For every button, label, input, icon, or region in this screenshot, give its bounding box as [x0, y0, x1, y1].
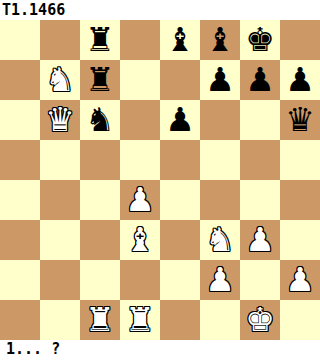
square-g7[interactable]: ♟: [240, 60, 280, 100]
square-h3[interactable]: [280, 220, 320, 260]
square-f5[interactable]: [200, 140, 240, 180]
square-h1[interactable]: [280, 300, 320, 340]
square-c1[interactable]: ♜: [80, 300, 120, 340]
chess-board: ♜♝♝♚♞♜♟♟♟♛♞♟♛♟♝♞♟♟♟♜♜♚: [0, 20, 320, 340]
black-pawn: ♟: [165, 100, 195, 140]
square-c5[interactable]: [80, 140, 120, 180]
square-d1[interactable]: ♜: [120, 300, 160, 340]
square-e4[interactable]: [160, 180, 200, 220]
white-king: ♚: [245, 300, 275, 340]
square-d4[interactable]: ♟: [120, 180, 160, 220]
square-h2[interactable]: ♟: [280, 260, 320, 300]
square-a4[interactable]: [0, 180, 40, 220]
square-e8[interactable]: ♝: [160, 20, 200, 60]
white-rook: ♜: [85, 300, 115, 340]
square-c4[interactable]: [80, 180, 120, 220]
square-h5[interactable]: [280, 140, 320, 180]
square-g2[interactable]: [240, 260, 280, 300]
square-d7[interactable]: [120, 60, 160, 100]
white-knight: ♞: [45, 60, 75, 100]
white-pawn: ♟: [125, 180, 155, 220]
square-b6[interactable]: ♛: [40, 100, 80, 140]
white-queen: ♛: [45, 100, 75, 140]
white-pawn: ♟: [205, 260, 235, 300]
black-rook: ♜: [85, 60, 115, 100]
square-f2[interactable]: ♟: [200, 260, 240, 300]
black-bishop: ♝: [165, 20, 195, 60]
square-h6[interactable]: ♛: [280, 100, 320, 140]
move-prompt: 1... ?: [6, 340, 60, 358]
square-c6[interactable]: ♞: [80, 100, 120, 140]
square-g5[interactable]: [240, 140, 280, 180]
square-f3[interactable]: ♞: [200, 220, 240, 260]
square-g3[interactable]: ♟: [240, 220, 280, 260]
black-pawn: ♟: [285, 60, 315, 100]
square-f1[interactable]: [200, 300, 240, 340]
black-knight: ♞: [85, 100, 115, 140]
square-b4[interactable]: [40, 180, 80, 220]
square-a5[interactable]: [0, 140, 40, 180]
square-b1[interactable]: [40, 300, 80, 340]
puzzle-id-label: T1.1466: [2, 1, 65, 19]
square-a1[interactable]: [0, 300, 40, 340]
square-f4[interactable]: [200, 180, 240, 220]
square-e7[interactable]: [160, 60, 200, 100]
square-c8[interactable]: ♜: [80, 20, 120, 60]
square-f7[interactable]: ♟: [200, 60, 240, 100]
square-d2[interactable]: [120, 260, 160, 300]
square-c7[interactable]: ♜: [80, 60, 120, 100]
white-knight: ♞: [205, 220, 235, 260]
square-a3[interactable]: [0, 220, 40, 260]
square-c2[interactable]: [80, 260, 120, 300]
black-bishop: ♝: [205, 20, 235, 60]
square-b7[interactable]: ♞: [40, 60, 80, 100]
white-rook: ♜: [125, 300, 155, 340]
square-c3[interactable]: [80, 220, 120, 260]
square-f8[interactable]: ♝: [200, 20, 240, 60]
square-a8[interactable]: [0, 20, 40, 60]
square-d6[interactable]: [120, 100, 160, 140]
square-b5[interactable]: [40, 140, 80, 180]
square-g1[interactable]: ♚: [240, 300, 280, 340]
square-d5[interactable]: [120, 140, 160, 180]
square-e2[interactable]: [160, 260, 200, 300]
white-pawn: ♟: [285, 260, 315, 300]
black-queen: ♛: [285, 100, 315, 140]
black-rook: ♜: [85, 20, 115, 60]
square-e1[interactable]: [160, 300, 200, 340]
square-d3[interactable]: ♝: [120, 220, 160, 260]
square-e5[interactable]: [160, 140, 200, 180]
square-a2[interactable]: [0, 260, 40, 300]
black-pawn: ♟: [245, 60, 275, 100]
square-a6[interactable]: [0, 100, 40, 140]
square-h4[interactable]: [280, 180, 320, 220]
black-pawn: ♟: [205, 60, 235, 100]
square-a7[interactable]: [0, 60, 40, 100]
square-e6[interactable]: ♟: [160, 100, 200, 140]
square-d8[interactable]: [120, 20, 160, 60]
black-king: ♚: [245, 20, 275, 60]
white-pawn: ♟: [245, 220, 275, 260]
square-e3[interactable]: [160, 220, 200, 260]
square-b8[interactable]: [40, 20, 80, 60]
square-g6[interactable]: [240, 100, 280, 140]
square-h8[interactable]: [280, 20, 320, 60]
square-f6[interactable]: [200, 100, 240, 140]
square-b2[interactable]: [40, 260, 80, 300]
square-b3[interactable]: [40, 220, 80, 260]
square-g4[interactable]: [240, 180, 280, 220]
square-g8[interactable]: ♚: [240, 20, 280, 60]
white-bishop: ♝: [125, 220, 155, 260]
square-h7[interactable]: ♟: [280, 60, 320, 100]
